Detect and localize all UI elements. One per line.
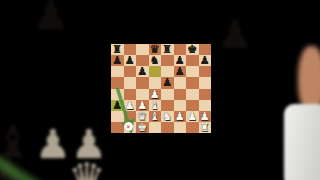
piece-black-pawn: ♟ [174, 66, 187, 77]
square-g8: ♚ [186, 44, 199, 55]
piece-white-bishop: ♝ [149, 111, 162, 122]
square-b7: ♟ [124, 55, 137, 66]
square-f5 [174, 77, 187, 88]
square-a1 [111, 122, 124, 133]
square-c4 [136, 89, 149, 100]
piece-white-rook: ♜ [199, 122, 212, 133]
square-d5 [149, 77, 162, 88]
piece-black-rook: ♜ [161, 44, 174, 55]
square-e1 [161, 122, 174, 133]
square-b6 [124, 66, 137, 77]
square-g4 [186, 89, 199, 100]
piece-white-pawn: ♟ [174, 111, 187, 122]
square-g5 [186, 77, 199, 88]
piece-white-pawn: ♟ [124, 100, 137, 111]
square-d2: ♝ [149, 111, 162, 122]
square-c1: ♚ [136, 122, 149, 133]
piece-white-pawn: ♟ [149, 89, 162, 100]
square-e8: ♜ [161, 44, 174, 55]
square-e4 [161, 89, 174, 100]
piece-black-pawn: ♟ [111, 100, 124, 111]
square-c5 [136, 77, 149, 88]
square-g1 [186, 122, 199, 133]
square-d4: ♟ [149, 89, 162, 100]
square-f6: ♟ [174, 66, 187, 77]
square-a6 [111, 66, 124, 77]
square-e5: ♟ [161, 77, 174, 88]
square-f1 [174, 122, 187, 133]
square-g2: ♟ [186, 111, 199, 122]
video-frame[interactable]: ♟ ♝ ♟ ♟ ♞ ♛ ♟ ♜♛♜♚♟♟♞♟♟♟♟♟♟♟♟♟♝♛♝♞♟♟♟♚♜ … [0, 0, 320, 180]
background-board-right: ♟ [211, 0, 320, 180]
square-h1: ♜ [199, 122, 212, 133]
square-c6: ♟ [136, 66, 149, 77]
piece-black-knight: ♞ [149, 55, 162, 66]
piece-black-pawn: ♟ [124, 55, 137, 66]
square-d6 [149, 66, 162, 77]
square-h7: ♟ [199, 55, 212, 66]
square-a5 [111, 77, 124, 88]
square-h5 [199, 77, 212, 88]
chess-board: ♜♛♜♚♟♟♞♟♟♟♟♟♟♟♟♟♝♛♝♞♟♟♟♚♜ [111, 44, 211, 133]
square-d7: ♞ [149, 55, 162, 66]
piece-black-pawn: ♟ [199, 55, 212, 66]
square-d1 [149, 122, 162, 133]
streamer-shirt [284, 104, 320, 180]
square-f4 [174, 89, 187, 100]
piece-black-pawn: ♟ [111, 55, 124, 66]
background-shade [0, 0, 111, 180]
square-b2 [124, 111, 137, 122]
piece-white-king: ♚ [136, 122, 149, 133]
piece-white-pawn: ♟ [186, 111, 199, 122]
square-b3: ♟ [124, 100, 137, 111]
background-board-left: ♟ ♝ ♟ ♟ ♞ ♛ [0, 0, 111, 180]
piece-black-pawn: ♟ [136, 66, 149, 77]
square-e2: ♞ [161, 111, 174, 122]
square-b5 [124, 77, 137, 88]
square-c8 [136, 44, 149, 55]
piece-black-pawn: ♟ [161, 77, 174, 88]
square-a3: ♟ [111, 100, 124, 111]
square-h6 [199, 66, 212, 77]
square-a2 [111, 111, 124, 122]
square-g6 [186, 66, 199, 77]
square-e7 [161, 55, 174, 66]
piece-white-knight: ♞ [161, 111, 174, 122]
video-column[interactable]: ♜♛♜♚♟♟♞♟♟♟♟♟♟♟♟♟♝♛♝♞♟♟♟♚♜ ✕ [111, 0, 211, 180]
square-f2: ♟ [174, 111, 187, 122]
square-a7: ♟ [111, 55, 124, 66]
square-g7 [186, 55, 199, 66]
square-a4 [111, 89, 124, 100]
square-h4 [199, 89, 212, 100]
square-b4 [124, 89, 137, 100]
piece-black-king: ♚ [186, 44, 199, 55]
